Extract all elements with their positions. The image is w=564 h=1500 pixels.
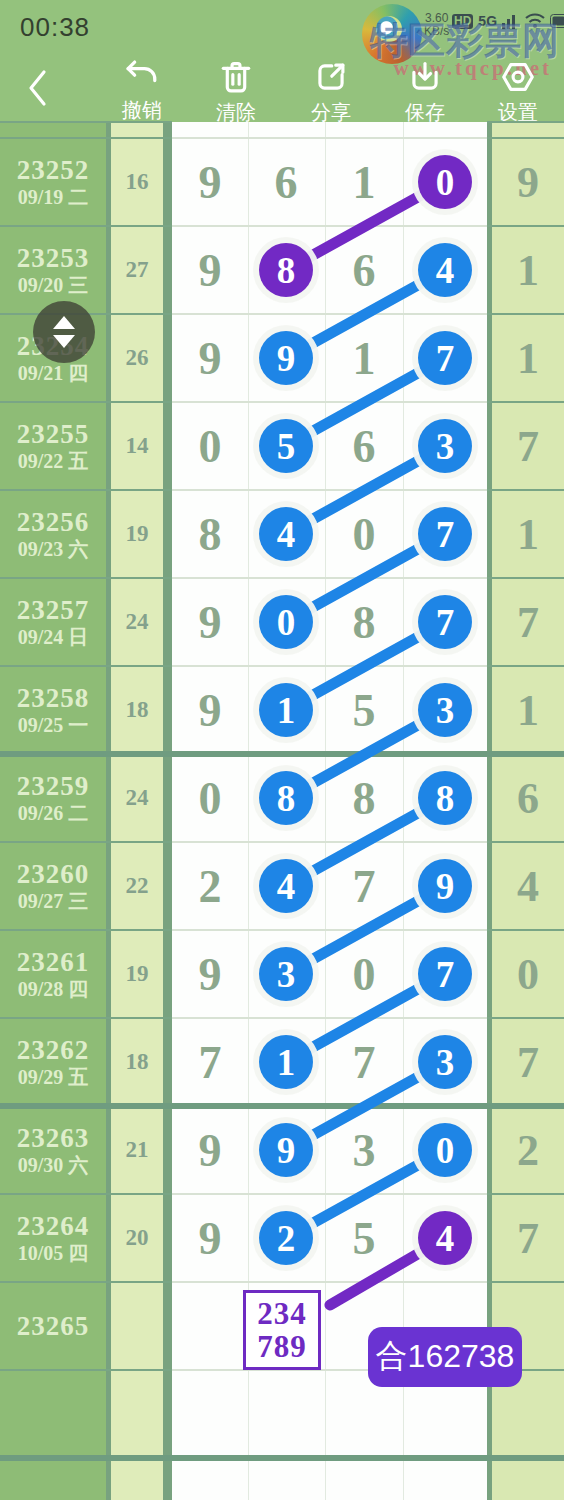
trash-icon <box>217 58 255 96</box>
scroll-up-icon <box>53 316 75 329</box>
undo-icon <box>122 58 162 94</box>
save-icon <box>406 58 444 96</box>
circled-digit-purple[interactable]: 8 <box>259 243 313 297</box>
prediction-line2: 789 <box>257 1330 307 1363</box>
circled-digit-blue[interactable]: 1 <box>259 1035 313 1089</box>
share-icon <box>312 58 350 96</box>
circled-digit-blue[interactable]: 9 <box>418 859 472 913</box>
circled-digit-blue[interactable]: 5 <box>259 419 313 473</box>
share-button[interactable]: 分享 <box>293 58 369 126</box>
toolbar: 撤销 清除 分享 保存 设置 <box>0 40 564 120</box>
circled-digit-blue[interactable]: 8 <box>259 771 313 825</box>
prediction-box[interactable]: 234 789 <box>243 1290 321 1370</box>
circled-digit-blue[interactable]: 7 <box>418 947 472 1001</box>
clear-button[interactable]: 清除 <box>198 58 274 126</box>
scroll-down-icon <box>53 335 75 348</box>
circled-digit-blue[interactable]: 9 <box>259 331 313 385</box>
circled-digit-blue[interactable]: 1 <box>259 683 313 737</box>
circled-digit-purple[interactable]: 4 <box>418 1211 472 1265</box>
circled-digit-blue[interactable]: 9 <box>259 1123 313 1177</box>
circled-digit-blue[interactable]: 0 <box>259 595 313 649</box>
save-button[interactable]: 保存 <box>387 58 463 126</box>
circled-digit-blue[interactable]: 3 <box>418 419 472 473</box>
circled-digit-blue[interactable]: 2 <box>259 1211 313 1265</box>
circled-digit-blue[interactable]: 4 <box>259 859 313 913</box>
settings-button[interactable]: 设置 <box>480 58 556 126</box>
app-screen: 00:38 3.60KB/s HD 5G 特区彩票网 www.tqcp.net … <box>0 0 564 1500</box>
circled-digit-blue[interactable]: 0 <box>418 1123 472 1177</box>
circled-digit-blue[interactable]: 3 <box>418 1035 472 1089</box>
circled-digit-blue[interactable]: 3 <box>259 947 313 1001</box>
circled-digit-blue[interactable]: 7 <box>418 331 472 385</box>
undo-button[interactable]: 撤销 <box>104 58 180 124</box>
circled-digit-blue[interactable]: 8 <box>418 771 472 825</box>
circled-digit-purple[interactable]: 0 <box>418 155 472 209</box>
circled-digit-blue[interactable]: 7 <box>418 595 472 649</box>
circled-digit-blue[interactable]: 7 <box>418 507 472 561</box>
circled-digit-blue[interactable]: 4 <box>259 507 313 561</box>
back-button[interactable] <box>26 68 50 112</box>
undo-label: 撤销 <box>104 97 180 124</box>
circled-digit-blue[interactable]: 3 <box>418 683 472 737</box>
circled-digit-blue[interactable]: 4 <box>418 243 472 297</box>
scroll-updown-button[interactable] <box>33 301 95 363</box>
clock-time: 00:38 <box>20 12 90 43</box>
settings-icon <box>499 58 537 96</box>
sum-prediction-badge[interactable]: 合162738 <box>368 1327 522 1387</box>
prediction-line1: 234 <box>257 1297 307 1330</box>
